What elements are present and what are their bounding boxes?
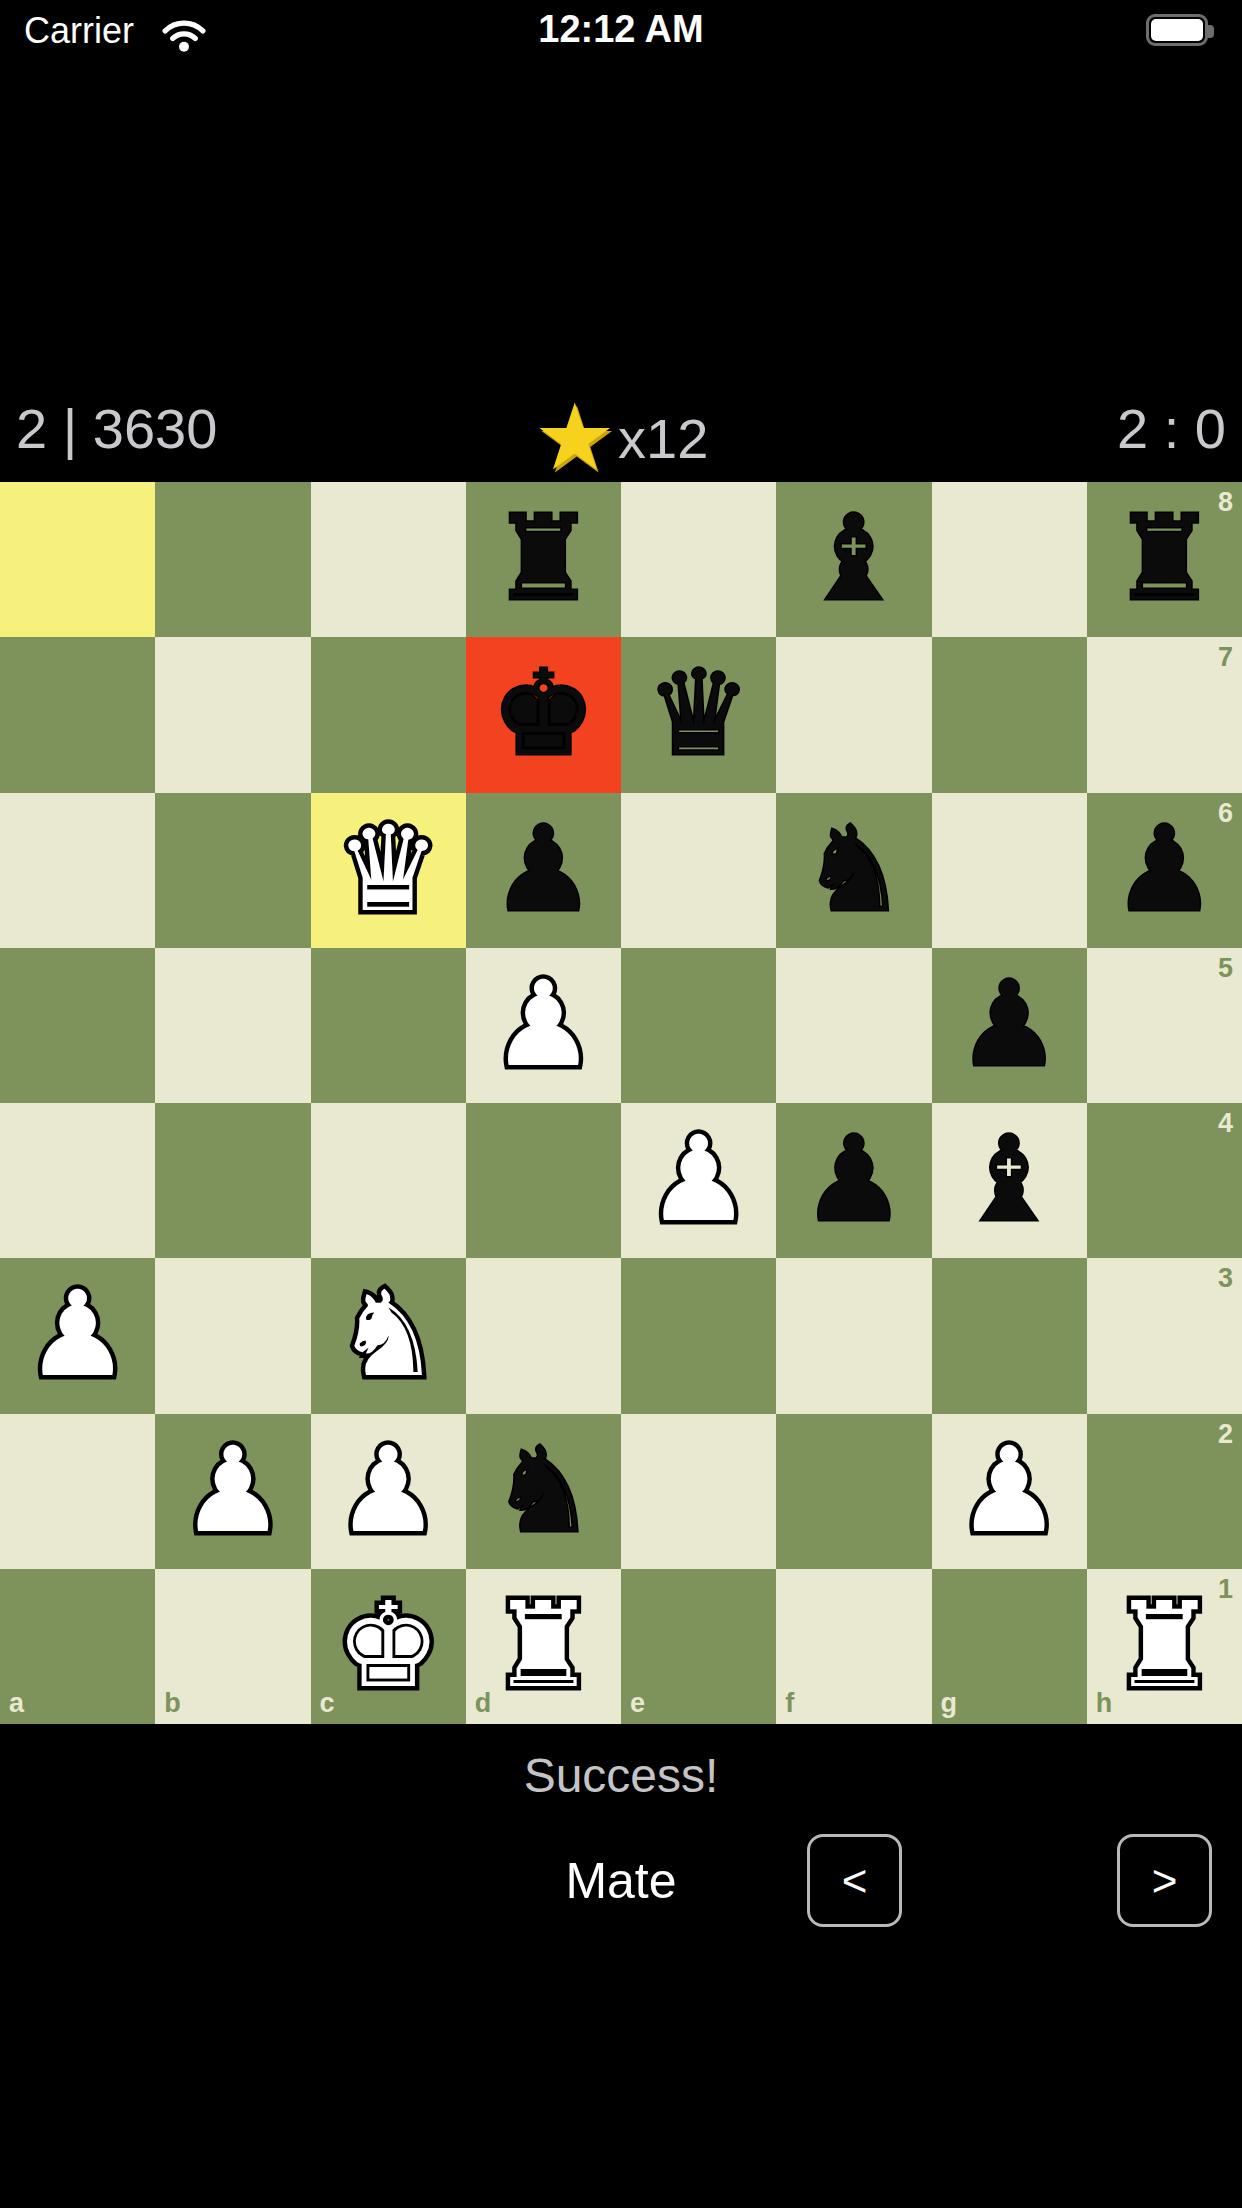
square-e4[interactable]: ♟ bbox=[621, 1103, 776, 1258]
square-g8[interactable] bbox=[932, 482, 1087, 637]
rank-label-2: 2 bbox=[1218, 1421, 1233, 1448]
square-f6[interactable]: ♞ bbox=[776, 793, 931, 948]
chess-board: ♜♝8♜♚♛7♛♟♞6♟♟♟5♟♟♝4♟♞3♟♟♞♟2abc♚d♜efg1h♜ bbox=[0, 482, 1242, 1724]
square-c1[interactable]: c♚ bbox=[311, 1569, 466, 1724]
square-b8[interactable] bbox=[155, 482, 310, 637]
square-d2[interactable]: ♞ bbox=[466, 1414, 621, 1569]
previous-puzzle-button[interactable]: < bbox=[807, 1834, 902, 1927]
square-g4[interactable]: ♝ bbox=[932, 1103, 1087, 1258]
square-d4[interactable] bbox=[466, 1103, 621, 1258]
piece-white-pawn: ♟ bbox=[466, 948, 621, 1103]
piece-white-rook: ♜ bbox=[1087, 1569, 1242, 1724]
square-f1[interactable]: f bbox=[776, 1569, 931, 1724]
piece-black-pawn: ♟ bbox=[1087, 793, 1242, 948]
square-h2[interactable]: 2 bbox=[1087, 1414, 1242, 1569]
battery-fill bbox=[1151, 19, 1203, 41]
rank-label-4: 4 bbox=[1218, 1110, 1233, 1137]
piece-black-pawn: ♟ bbox=[932, 948, 1087, 1103]
square-c5[interactable] bbox=[311, 948, 466, 1103]
piece-black-knight: ♞ bbox=[466, 1414, 621, 1569]
square-e7[interactable]: ♛ bbox=[621, 637, 776, 792]
piece-black-rook: ♜ bbox=[466, 482, 621, 637]
square-d6[interactable]: ♟ bbox=[466, 793, 621, 948]
square-a2[interactable] bbox=[0, 1414, 155, 1569]
square-a1[interactable]: a bbox=[0, 1569, 155, 1724]
piece-black-pawn: ♟ bbox=[466, 793, 621, 948]
piece-white-pawn: ♟ bbox=[932, 1414, 1087, 1569]
score-bar: 2 | 3630 ★ x12 2 : 0 bbox=[0, 396, 1242, 480]
piece-white-pawn: ♟ bbox=[311, 1414, 466, 1569]
square-c6[interactable]: ♛ bbox=[311, 793, 466, 948]
square-h3[interactable]: 3 bbox=[1087, 1258, 1242, 1413]
square-d5[interactable]: ♟ bbox=[466, 948, 621, 1103]
square-e5[interactable] bbox=[621, 948, 776, 1103]
piece-black-pawn: ♟ bbox=[776, 1103, 931, 1258]
square-f7[interactable] bbox=[776, 637, 931, 792]
piece-white-king: ♚ bbox=[311, 1569, 466, 1724]
square-h8[interactable]: 8♜ bbox=[1087, 482, 1242, 637]
square-e6[interactable] bbox=[621, 793, 776, 948]
square-f4[interactable]: ♟ bbox=[776, 1103, 931, 1258]
piece-white-rook: ♜ bbox=[466, 1569, 621, 1724]
square-g7[interactable] bbox=[932, 637, 1087, 792]
square-a5[interactable] bbox=[0, 948, 155, 1103]
square-b6[interactable] bbox=[155, 793, 310, 948]
piece-black-knight: ♞ bbox=[776, 793, 931, 948]
star-icon: ★ bbox=[534, 396, 616, 480]
square-b1[interactable]: b bbox=[155, 1569, 310, 1724]
battery-icon bbox=[1146, 14, 1208, 46]
square-a7[interactable] bbox=[0, 637, 155, 792]
file-label-b: b bbox=[164, 1690, 181, 1717]
puzzle-theme-label: Mate bbox=[0, 1852, 1242, 1910]
square-e2[interactable] bbox=[621, 1414, 776, 1569]
square-c8[interactable] bbox=[311, 482, 466, 637]
square-b2[interactable]: ♟ bbox=[155, 1414, 310, 1569]
square-a4[interactable] bbox=[0, 1103, 155, 1258]
square-d7[interactable]: ♚ bbox=[466, 637, 621, 792]
square-d8[interactable]: ♜ bbox=[466, 482, 621, 637]
file-label-e: e bbox=[630, 1690, 645, 1717]
star-multiplier: x12 bbox=[618, 406, 708, 471]
next-puzzle-button[interactable]: > bbox=[1117, 1834, 1212, 1927]
square-b4[interactable] bbox=[155, 1103, 310, 1258]
square-c3[interactable]: ♞ bbox=[311, 1258, 466, 1413]
square-g6[interactable] bbox=[932, 793, 1087, 948]
piece-black-rook: ♜ bbox=[1087, 482, 1242, 637]
square-a8[interactable] bbox=[0, 482, 155, 637]
square-g5[interactable]: ♟ bbox=[932, 948, 1087, 1103]
square-g1[interactable]: g bbox=[932, 1569, 1087, 1724]
session-score: 2 : 0 bbox=[1117, 396, 1226, 461]
piece-white-pawn: ♟ bbox=[621, 1103, 776, 1258]
piece-white-queen: ♛ bbox=[311, 793, 466, 948]
square-g3[interactable] bbox=[932, 1258, 1087, 1413]
piece-black-king: ♚ bbox=[466, 637, 621, 792]
piece-white-knight: ♞ bbox=[311, 1258, 466, 1413]
square-a6[interactable] bbox=[0, 793, 155, 948]
piece-black-bishop: ♝ bbox=[776, 482, 931, 637]
piece-white-pawn: ♟ bbox=[0, 1258, 155, 1413]
square-d3[interactable] bbox=[466, 1258, 621, 1413]
battery-nub bbox=[1208, 25, 1214, 38]
square-h5[interactable]: 5 bbox=[1087, 948, 1242, 1103]
square-b5[interactable] bbox=[155, 948, 310, 1103]
piece-black-bishop: ♝ bbox=[932, 1103, 1087, 1258]
square-g2[interactable]: ♟ bbox=[932, 1414, 1087, 1569]
square-c7[interactable] bbox=[311, 637, 466, 792]
square-c4[interactable] bbox=[311, 1103, 466, 1258]
square-h7[interactable]: 7 bbox=[1087, 637, 1242, 792]
square-f5[interactable] bbox=[776, 948, 931, 1103]
square-e8[interactable] bbox=[621, 482, 776, 637]
square-c2[interactable]: ♟ bbox=[311, 1414, 466, 1569]
square-a3[interactable]: ♟ bbox=[0, 1258, 155, 1413]
square-h6[interactable]: 6♟ bbox=[1087, 793, 1242, 948]
square-e1[interactable]: e bbox=[621, 1569, 776, 1724]
rank-label-7: 7 bbox=[1218, 644, 1233, 671]
square-b7[interactable] bbox=[155, 637, 310, 792]
file-label-f: f bbox=[785, 1690, 794, 1717]
square-f3[interactable] bbox=[776, 1258, 931, 1413]
clock-time: 12:12 AM bbox=[0, 8, 1242, 51]
square-h1[interactable]: 1h♜ bbox=[1087, 1569, 1242, 1724]
rank-label-5: 5 bbox=[1218, 955, 1233, 982]
square-d1[interactable]: d♜ bbox=[466, 1569, 621, 1724]
file-label-a: a bbox=[9, 1690, 24, 1717]
piece-black-queen: ♛ bbox=[621, 637, 776, 792]
square-f8[interactable]: ♝ bbox=[776, 482, 931, 637]
square-f2[interactable] bbox=[776, 1414, 931, 1569]
square-b3[interactable] bbox=[155, 1258, 310, 1413]
success-message: Success! bbox=[0, 1748, 1242, 1803]
square-e3[interactable] bbox=[621, 1258, 776, 1413]
star-cluster: ★ x12 bbox=[0, 396, 1242, 480]
rank-label-3: 3 bbox=[1218, 1265, 1233, 1292]
status-bar: Carrier 12:12 AM bbox=[0, 0, 1242, 62]
file-label-g: g bbox=[941, 1690, 958, 1717]
piece-white-pawn: ♟ bbox=[155, 1414, 310, 1569]
square-h4[interactable]: 4 bbox=[1087, 1103, 1242, 1258]
